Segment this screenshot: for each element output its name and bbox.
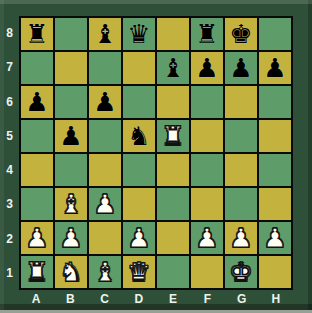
chess-board-frame: ♜♝♛♜♚♝♟♟♟♟♟♟♞♜♝♟♟♟♟♟♟♟♜♞♝♛♚ 87654321 ABC…: [0, 0, 312, 313]
square-g8[interactable]: ♚: [225, 18, 257, 50]
square-b6[interactable]: [55, 86, 87, 118]
square-h8[interactable]: [259, 18, 291, 50]
square-b7[interactable]: [55, 52, 87, 84]
piece-black-pawn[interactable]: ♟: [195, 52, 218, 84]
piece-white-knight[interactable]: ♞: [59, 256, 82, 288]
square-g1[interactable]: ♚: [225, 256, 257, 288]
square-c1[interactable]: ♝: [89, 256, 121, 288]
square-a7[interactable]: [21, 52, 53, 84]
file-label-e: E: [156, 289, 190, 308]
file-label-a: A: [19, 289, 53, 308]
square-f6[interactable]: [191, 86, 223, 118]
square-e5[interactable]: ♜: [157, 120, 189, 152]
piece-white-queen[interactable]: ♛: [127, 256, 150, 288]
square-c3[interactable]: ♟: [89, 188, 121, 220]
square-d1[interactable]: ♛: [123, 256, 155, 288]
piece-black-pawn[interactable]: ♟: [93, 86, 116, 118]
square-b8[interactable]: [55, 18, 87, 50]
square-c6[interactable]: ♟: [89, 86, 121, 118]
square-c4[interactable]: [89, 154, 121, 186]
square-b5[interactable]: ♟: [55, 120, 87, 152]
square-e1[interactable]: [157, 256, 189, 288]
piece-black-knight[interactable]: ♞: [127, 120, 150, 152]
piece-white-pawn[interactable]: ♟: [263, 222, 286, 254]
square-e6[interactable]: [157, 86, 189, 118]
file-labels: ABCDEFGH: [19, 289, 293, 308]
square-f2[interactable]: ♟: [191, 222, 223, 254]
file-label-f: F: [190, 289, 224, 308]
square-f5[interactable]: [191, 120, 223, 152]
square-h2[interactable]: ♟: [259, 222, 291, 254]
piece-white-bishop[interactable]: ♝: [59, 188, 82, 220]
piece-black-pawn[interactable]: ♟: [25, 86, 48, 118]
square-c8[interactable]: ♝: [89, 18, 121, 50]
square-a1[interactable]: ♜: [21, 256, 53, 288]
square-h1[interactable]: [259, 256, 291, 288]
square-f1[interactable]: [191, 256, 223, 288]
piece-black-pawn[interactable]: ♟: [263, 52, 286, 84]
square-d7[interactable]: [123, 52, 155, 84]
square-d3[interactable]: [123, 188, 155, 220]
piece-white-rook[interactable]: ♜: [25, 256, 48, 288]
square-g5[interactable]: [225, 120, 257, 152]
square-d8[interactable]: ♛: [123, 18, 155, 50]
square-b2[interactable]: ♟: [55, 222, 87, 254]
rank-label-2: 2: [0, 222, 19, 256]
square-g2[interactable]: ♟: [225, 222, 257, 254]
square-h6[interactable]: [259, 86, 291, 118]
square-f7[interactable]: ♟: [191, 52, 223, 84]
square-g7[interactable]: ♟: [225, 52, 257, 84]
piece-black-bishop[interactable]: ♝: [161, 52, 184, 84]
file-label-b: B: [53, 289, 87, 308]
rank-label-1: 1: [0, 256, 19, 290]
square-b4[interactable]: [55, 154, 87, 186]
rank-label-4: 4: [0, 153, 19, 187]
square-d4[interactable]: [123, 154, 155, 186]
file-label-d: D: [122, 289, 156, 308]
square-h3[interactable]: [259, 188, 291, 220]
file-label-c: C: [88, 289, 122, 308]
rank-label-5: 5: [0, 119, 19, 153]
square-h4[interactable]: [259, 154, 291, 186]
piece-white-pawn[interactable]: ♟: [127, 222, 150, 254]
piece-black-bishop[interactable]: ♝: [93, 18, 116, 50]
square-e8[interactable]: [157, 18, 189, 50]
square-d6[interactable]: [123, 86, 155, 118]
square-a4[interactable]: [21, 154, 53, 186]
piece-black-pawn[interactable]: ♟: [59, 120, 82, 152]
square-a5[interactable]: [21, 120, 53, 152]
square-b3[interactable]: ♝: [55, 188, 87, 220]
square-f3[interactable]: [191, 188, 223, 220]
piece-white-pawn[interactable]: ♟: [59, 222, 82, 254]
chess-board: ♜♝♛♜♚♝♟♟♟♟♟♟♞♜♝♟♟♟♟♟♟♟♜♞♝♛♚: [19, 16, 293, 290]
square-g6[interactable]: [225, 86, 257, 118]
square-d2[interactable]: ♟: [123, 222, 155, 254]
square-h7[interactable]: ♟: [259, 52, 291, 84]
square-d5[interactable]: ♞: [123, 120, 155, 152]
piece-white-pawn[interactable]: ♟: [93, 188, 116, 220]
square-g4[interactable]: [225, 154, 257, 186]
square-g3[interactable]: [225, 188, 257, 220]
piece-white-pawn[interactable]: ♟: [229, 222, 252, 254]
piece-black-pawn[interactable]: ♟: [229, 52, 252, 84]
file-label-h: H: [259, 289, 293, 308]
rank-labels: 87654321: [0, 16, 19, 290]
rank-label-6: 6: [0, 85, 19, 119]
piece-black-rook[interactable]: ♜: [195, 18, 218, 50]
piece-white-rook[interactable]: ♜: [161, 120, 184, 152]
square-e4[interactable]: [157, 154, 189, 186]
square-h5[interactable]: [259, 120, 291, 152]
file-label-g: G: [225, 289, 259, 308]
square-c2[interactable]: [89, 222, 121, 254]
rank-label-7: 7: [0, 50, 19, 84]
square-e3[interactable]: [157, 188, 189, 220]
piece-black-rook[interactable]: ♜: [25, 18, 48, 50]
piece-black-queen[interactable]: ♛: [127, 18, 150, 50]
square-a8[interactable]: ♜: [21, 18, 53, 50]
square-f4[interactable]: [191, 154, 223, 186]
square-b1[interactable]: ♞: [55, 256, 87, 288]
piece-white-pawn[interactable]: ♟: [25, 222, 48, 254]
piece-white-pawn[interactable]: ♟: [195, 222, 218, 254]
square-c7[interactable]: [89, 52, 121, 84]
square-f8[interactable]: ♜: [191, 18, 223, 50]
piece-white-bishop[interactable]: ♝: [93, 256, 116, 288]
square-e7[interactable]: ♝: [157, 52, 189, 84]
square-a2[interactable]: ♟: [21, 222, 53, 254]
piece-black-king[interactable]: ♚: [229, 18, 252, 50]
piece-white-king[interactable]: ♚: [229, 256, 252, 288]
square-a3[interactable]: [21, 188, 53, 220]
square-c5[interactable]: [89, 120, 121, 152]
square-a6[interactable]: ♟: [21, 86, 53, 118]
square-e2[interactable]: [157, 222, 189, 254]
rank-label-3: 3: [0, 187, 19, 221]
rank-label-8: 8: [0, 16, 19, 50]
